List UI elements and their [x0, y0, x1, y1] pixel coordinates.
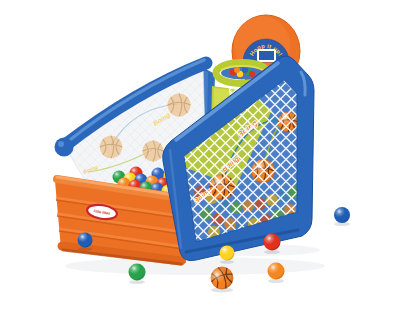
floor-ball-green: [129, 264, 146, 281]
left-tube-cap-highlight: [58, 141, 64, 147]
product-illustration: Hoop it up!: [0, 0, 400, 315]
floor-ball-blue-left: [78, 233, 93, 248]
left-tube-end-cap: [55, 138, 74, 157]
product-photo: Hoop it up!: [0, 0, 400, 315]
floor-ball-orange: [268, 263, 285, 280]
floor-ball-red: [264, 234, 281, 251]
floor-ball-blue-right: [334, 207, 350, 223]
floor-ball-yellow: [220, 246, 235, 261]
